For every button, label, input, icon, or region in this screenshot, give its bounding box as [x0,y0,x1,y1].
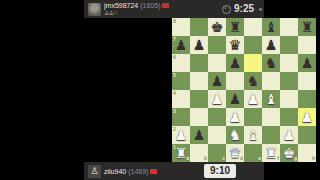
board-square[interactable]: ♟ [262,36,280,54]
file-label: b [204,156,207,161]
top-player-rating: (1605) [140,2,160,9]
black-p-piece[interactable]: ♟ [298,54,316,72]
bottom-player-avatar[interactable]: ♙ [88,165,101,178]
chess-board: 8♚♜♝♜7♟♟♛♟6♟♞♟5♟♞4♟♟♟♝3♟♟2♟♟♞♝♟1a♜bcd♛ef… [172,18,316,162]
board-square[interactable]: ♟ [226,54,244,72]
board-square[interactable] [190,90,208,108]
black-n-piece[interactable]: ♞ [262,54,280,72]
top-clock-area: 9:25 [222,4,262,14]
black-q-piece[interactable]: ♛ [226,36,244,54]
board-square[interactable] [280,36,298,54]
top-player-info[interactable]: jmx598724 (1605) ♙♙♘ [104,2,169,16]
board-square[interactable]: ♜ [298,18,316,36]
board-square[interactable] [190,18,208,36]
black-p-piece[interactable]: ♟ [226,90,244,108]
white-q-piece[interactable]: ♛ [226,144,244,162]
board-square[interactable] [298,90,316,108]
board-square[interactable]: ♟ [226,90,244,108]
board-square[interactable]: ♟ [226,108,244,126]
board-square[interactable] [244,18,262,36]
pawn-avatar-icon: ♙ [90,165,98,178]
board-square[interactable]: e [244,144,262,162]
bottom-player-flag-icon [150,169,157,174]
white-p-piece[interactable]: ♟ [280,126,298,144]
board-square[interactable] [244,36,262,54]
board-square[interactable] [280,90,298,108]
board-square[interactable] [190,72,208,90]
board-square[interactable]: 4 [172,90,190,108]
board-square[interactable]: ♛ [226,36,244,54]
white-r-piece[interactable]: ♜ [172,144,190,162]
white-b-piece[interactable]: ♝ [244,126,262,144]
board-square[interactable]: c [208,144,226,162]
top-player-name: jmx598724 [104,2,138,9]
top-captured-pieces: ♙♙♘ [104,10,169,16]
rank-label: 8 [173,19,176,24]
board-square[interactable] [298,126,316,144]
file-label: h [312,156,315,161]
board-square[interactable] [244,54,262,72]
board-square[interactable]: 3 [172,108,190,126]
board-square[interactable] [262,108,280,126]
board-square[interactable]: 6 [172,54,190,72]
black-n-piece[interactable]: ♞ [244,72,262,90]
board-square[interactable]: 7♟ [172,36,190,54]
board-square[interactable]: g♚ [280,144,298,162]
board-square[interactable]: ♜ [226,18,244,36]
white-n-piece[interactable]: ♞ [226,126,244,144]
board-square[interactable]: ♟ [280,126,298,144]
bottom-player-rating: (1489) [128,168,148,175]
black-r-piece[interactable]: ♜ [298,18,316,36]
board-square[interactable]: ♟ [298,108,316,126]
board-square[interactable]: 8 [172,18,190,36]
board-square[interactable]: d♛ [226,144,244,162]
board-square[interactable]: f♜ [262,144,280,162]
top-clock-time: 9:25 [234,4,254,14]
rank-label: 6 [173,55,176,60]
board-square[interactable]: 5 [172,72,190,90]
top-player-avatar[interactable] [88,3,101,16]
board-square[interactable]: ♞ [244,72,262,90]
board-square[interactable]: ♟ [244,90,262,108]
black-r-piece[interactable]: ♜ [226,18,244,36]
board-square[interactable]: ♟ [298,54,316,72]
white-r-piece[interactable]: ♜ [262,144,280,162]
bottom-player-info[interactable]: zilu940 (1489) [104,168,157,175]
black-p-piece[interactable]: ♟ [226,54,244,72]
menu-dot-icon[interactable] [259,8,262,11]
white-p-piece[interactable]: ♟ [172,126,190,144]
black-p-piece[interactable]: ♟ [190,36,208,54]
black-p-piece[interactable]: ♟ [172,36,190,54]
top-player-bar: jmx598724 (1605) ♙♙♘ 9:25 [84,0,264,18]
board-square[interactable]: ♞ [226,126,244,144]
white-p-piece[interactable]: ♟ [208,90,226,108]
file-label: e [258,156,261,161]
video-frame: jmx598724 (1605) ♙♙♘ 9:25 ♙ zilu940 (148… [0,0,320,180]
board-square[interactable] [298,36,316,54]
white-p-piece[interactable]: ♟ [226,108,244,126]
board-square[interactable] [208,108,226,126]
board-square[interactable]: h [298,144,316,162]
white-k-piece[interactable]: ♚ [280,144,298,162]
board-square[interactable] [190,54,208,72]
board-square[interactable] [208,36,226,54]
board-square[interactable]: ♟ [208,90,226,108]
black-k-piece[interactable]: ♚ [208,18,226,36]
board-square[interactable]: ♟ [190,36,208,54]
bottom-player-bar: ♙ zilu940 (1489) 9:10 [84,162,264,180]
board-square[interactable] [208,54,226,72]
board-square[interactable] [208,126,226,144]
board-square[interactable] [280,18,298,36]
white-p-piece[interactable]: ♟ [298,108,316,126]
board-square[interactable]: 1a♜ [172,144,190,162]
board-square[interactable]: ♝ [262,18,280,36]
board-square[interactable]: 2♟ [172,126,190,144]
board-square[interactable] [226,72,244,90]
black-p-piece[interactable]: ♟ [208,72,226,90]
board-square[interactable] [190,108,208,126]
board-square[interactable] [298,72,316,90]
rank-label: 4 [173,91,176,96]
board-square[interactable]: ♞ [262,54,280,72]
board-square[interactable]: ♝ [262,90,280,108]
board-square[interactable] [262,72,280,90]
board-square[interactable]: ♝ [244,126,262,144]
board-square[interactable]: ♟ [208,72,226,90]
board-square[interactable] [262,126,280,144]
bottom-clock-time: 9:10 [204,164,236,178]
top-player-flag-icon [162,3,169,8]
board-square[interactable] [280,72,298,90]
white-p-piece[interactable]: ♟ [244,90,262,108]
black-p-piece[interactable]: ♟ [190,126,208,144]
app-content-strip: jmx598724 (1605) ♙♙♘ 9:25 ♙ zilu940 (148… [84,0,264,180]
board-square[interactable]: ♚ [208,18,226,36]
board-square[interactable]: ♟ [190,126,208,144]
board-square[interactable] [280,108,298,126]
clock-icon [222,5,231,14]
black-b-piece[interactable]: ♝ [262,18,280,36]
white-b-piece[interactable]: ♝ [262,90,280,108]
file-label: c [222,156,225,161]
rank-label: 3 [173,109,176,114]
board-square[interactable] [244,108,262,126]
bottom-player-name: zilu940 [104,168,126,175]
black-p-piece[interactable]: ♟ [262,36,280,54]
rank-label: 5 [173,73,176,78]
board-square[interactable] [280,54,298,72]
board-square[interactable]: b [190,144,208,162]
